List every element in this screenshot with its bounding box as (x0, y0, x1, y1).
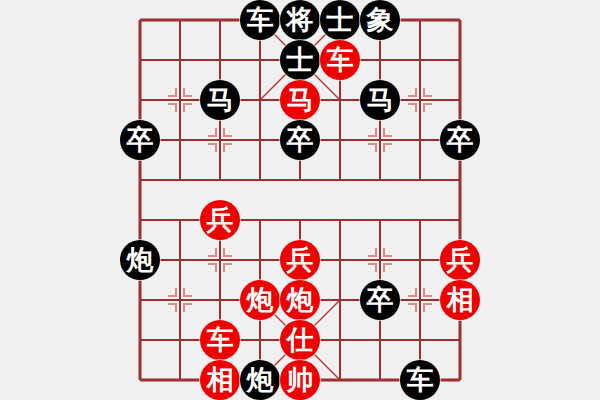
piece-red-chariot[interactable]: 车 (320, 40, 360, 80)
piece-red-elephant[interactable]: 相 (200, 360, 240, 400)
xiangqi-board: 车将士象士车马马马卒卒卒兵炮兵兵炮炮卒相车仕相炮帅车 (0, 0, 600, 400)
piece-red-soldier[interactable]: 兵 (440, 240, 480, 280)
piece-black-cannon[interactable]: 炮 (120, 240, 160, 280)
piece-black-horse[interactable]: 马 (360, 80, 400, 120)
piece-black-advisor[interactable]: 士 (320, 0, 360, 40)
piece-red-cannon[interactable]: 炮 (240, 280, 280, 320)
piece-black-soldier[interactable]: 卒 (120, 120, 160, 160)
piece-black-soldier[interactable]: 卒 (440, 120, 480, 160)
piece-black-horse[interactable]: 马 (200, 80, 240, 120)
piece-red-soldier[interactable]: 兵 (200, 200, 240, 240)
piece-black-general[interactable]: 将 (280, 0, 320, 40)
piece-red-cannon[interactable]: 炮 (280, 280, 320, 320)
piece-black-cannon[interactable]: 炮 (240, 360, 280, 400)
piece-red-advisor[interactable]: 仕 (280, 320, 320, 360)
piece-black-elephant[interactable]: 象 (360, 0, 400, 40)
piece-black-soldier[interactable]: 卒 (280, 120, 320, 160)
piece-red-elephant[interactable]: 相 (440, 280, 480, 320)
piece-red-horse[interactable]: 马 (280, 80, 320, 120)
pieces-grid: 车将士象士车马马马卒卒卒兵炮兵兵炮炮卒相车仕相炮帅车 (120, 0, 480, 400)
piece-black-advisor[interactable]: 士 (280, 40, 320, 80)
piece-red-general[interactable]: 帅 (280, 360, 320, 400)
piece-red-soldier[interactable]: 兵 (280, 240, 320, 280)
piece-black-soldier[interactable]: 卒 (360, 280, 400, 320)
piece-black-chariot[interactable]: 车 (400, 360, 440, 400)
piece-black-chariot[interactable]: 车 (240, 0, 280, 40)
piece-red-chariot[interactable]: 车 (200, 320, 240, 360)
